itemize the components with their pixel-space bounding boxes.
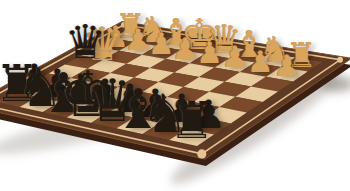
piece-white-pawn: ♟ xyxy=(274,51,301,81)
chess-set-photo[interactable]: ♜♞♝♚♛♝♞♜♟♟♟♟♟♟♟♟♟♟♟♟♟♟♟♟♜♞♝♚♛♝♞♜♛♛ xyxy=(0,0,350,191)
piece-white-pawn: ♟ xyxy=(247,46,274,76)
piece-white-pawn: ♟ xyxy=(221,42,248,72)
piece-black-rook: ♜ xyxy=(169,96,215,147)
frame-corner-dot xyxy=(337,57,343,63)
piece-white-pawn: ♟ xyxy=(172,33,199,63)
piece-white-pawn: ♟ xyxy=(148,29,175,59)
frame-corner-dot xyxy=(197,149,206,158)
piece-white-pawn: ♟ xyxy=(196,38,223,68)
